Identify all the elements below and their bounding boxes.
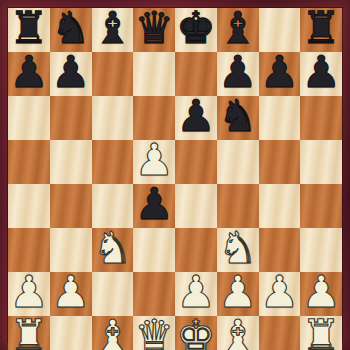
square-c7[interactable] bbox=[92, 52, 134, 96]
square-b4[interactable] bbox=[50, 184, 92, 228]
piece-black-pawn-a7[interactable]: ♟ bbox=[9, 50, 48, 94]
piece-white-pawn-d5[interactable]: ♟ bbox=[134, 138, 173, 182]
piece-black-pawn-b7[interactable]: ♟ bbox=[51, 50, 90, 94]
piece-white-king-e1[interactable]: ♚ bbox=[176, 314, 215, 350]
board-frame: ♜♞♝♛♚♝♜♟♟♟♟♟♟♞♟♟♞♞♟♟♟♟♟♟♜♝♛♚♝♜ bbox=[0, 0, 350, 350]
square-f1[interactable]: ♝ bbox=[217, 316, 259, 350]
square-h7[interactable]: ♟ bbox=[300, 52, 342, 96]
piece-white-pawn-e2[interactable]: ♟ bbox=[176, 270, 215, 314]
piece-white-bishop-c1[interactable]: ♝ bbox=[93, 314, 132, 350]
piece-black-knight-f6[interactable]: ♞ bbox=[218, 94, 257, 138]
square-g1[interactable] bbox=[259, 316, 301, 350]
piece-black-pawn-e6[interactable]: ♟ bbox=[176, 94, 215, 138]
square-h1[interactable]: ♜ bbox=[300, 316, 342, 350]
square-c8[interactable]: ♝ bbox=[92, 8, 134, 52]
square-f6[interactable]: ♞ bbox=[217, 96, 259, 140]
piece-black-bishop-c8[interactable]: ♝ bbox=[93, 6, 132, 50]
chess-board: ♜♞♝♛♚♝♜♟♟♟♟♟♟♞♟♟♞♞♟♟♟♟♟♟♜♝♛♚♝♜ bbox=[8, 8, 342, 342]
square-c3[interactable]: ♞ bbox=[92, 228, 134, 272]
piece-black-king-e8[interactable]: ♚ bbox=[176, 6, 215, 50]
piece-black-pawn-f7[interactable]: ♟ bbox=[218, 50, 257, 94]
square-a1[interactable]: ♜ bbox=[8, 316, 50, 350]
piece-black-queen-d8[interactable]: ♛ bbox=[134, 6, 173, 50]
piece-white-pawn-g2[interactable]: ♟ bbox=[260, 270, 299, 314]
square-g5[interactable] bbox=[259, 140, 301, 184]
square-g2[interactable]: ♟ bbox=[259, 272, 301, 316]
piece-white-bishop-f1[interactable]: ♝ bbox=[218, 314, 257, 350]
piece-black-pawn-d4[interactable]: ♟ bbox=[134, 182, 173, 226]
square-d1[interactable]: ♛ bbox=[133, 316, 175, 350]
square-b2[interactable]: ♟ bbox=[50, 272, 92, 316]
chess-diagram: ♜♞♝♛♚♝♜♟♟♟♟♟♟♞♟♟♞♞♟♟♟♟♟♟♜♝♛♚♝♜ bbox=[0, 0, 350, 350]
piece-white-pawn-f2[interactable]: ♟ bbox=[218, 270, 257, 314]
square-b6[interactable] bbox=[50, 96, 92, 140]
square-a4[interactable] bbox=[8, 184, 50, 228]
piece-white-knight-c3[interactable]: ♞ bbox=[93, 226, 132, 270]
piece-white-pawn-b2[interactable]: ♟ bbox=[51, 270, 90, 314]
square-e1[interactable]: ♚ bbox=[175, 316, 217, 350]
square-e5[interactable] bbox=[175, 140, 217, 184]
square-d4[interactable]: ♟ bbox=[133, 184, 175, 228]
square-h5[interactable] bbox=[300, 140, 342, 184]
square-d3[interactable] bbox=[133, 228, 175, 272]
piece-black-pawn-h7[interactable]: ♟ bbox=[301, 50, 340, 94]
square-d7[interactable] bbox=[133, 52, 175, 96]
square-c5[interactable] bbox=[92, 140, 134, 184]
square-a5[interactable] bbox=[8, 140, 50, 184]
square-e4[interactable] bbox=[175, 184, 217, 228]
square-b1[interactable] bbox=[50, 316, 92, 350]
square-b7[interactable]: ♟ bbox=[50, 52, 92, 96]
square-e8[interactable]: ♚ bbox=[175, 8, 217, 52]
piece-black-rook-h8[interactable]: ♜ bbox=[301, 6, 340, 50]
piece-white-rook-a1[interactable]: ♜ bbox=[9, 314, 48, 350]
square-e6[interactable]: ♟ bbox=[175, 96, 217, 140]
square-g6[interactable] bbox=[259, 96, 301, 140]
piece-black-knight-b8[interactable]: ♞ bbox=[51, 6, 90, 50]
piece-white-knight-f3[interactable]: ♞ bbox=[218, 226, 257, 270]
square-a6[interactable] bbox=[8, 96, 50, 140]
square-h4[interactable] bbox=[300, 184, 342, 228]
piece-black-bishop-f8[interactable]: ♝ bbox=[218, 6, 257, 50]
piece-black-pawn-g7[interactable]: ♟ bbox=[260, 50, 299, 94]
piece-white-pawn-a2[interactable]: ♟ bbox=[9, 270, 48, 314]
piece-white-queen-d1[interactable]: ♛ bbox=[134, 314, 173, 350]
square-c6[interactable] bbox=[92, 96, 134, 140]
square-f5[interactable] bbox=[217, 140, 259, 184]
square-g7[interactable]: ♟ bbox=[259, 52, 301, 96]
square-c1[interactable]: ♝ bbox=[92, 316, 134, 350]
square-g4[interactable] bbox=[259, 184, 301, 228]
square-d8[interactable]: ♛ bbox=[133, 8, 175, 52]
piece-white-pawn-h2[interactable]: ♟ bbox=[301, 270, 340, 314]
piece-black-rook-a8[interactable]: ♜ bbox=[9, 6, 48, 50]
square-a7[interactable]: ♟ bbox=[8, 52, 50, 96]
piece-white-rook-h1[interactable]: ♜ bbox=[301, 314, 340, 350]
square-h6[interactable] bbox=[300, 96, 342, 140]
square-b5[interactable] bbox=[50, 140, 92, 184]
